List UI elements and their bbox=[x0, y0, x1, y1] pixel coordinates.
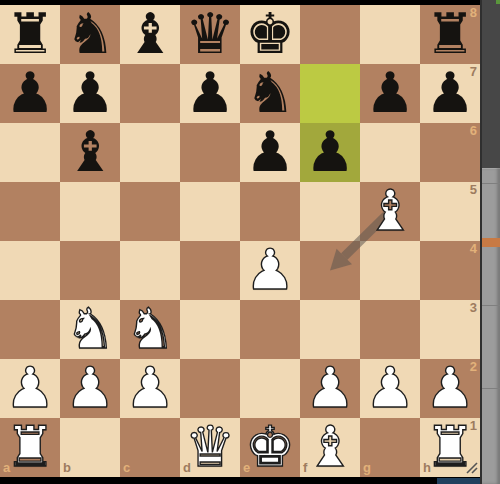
piece-white-p-h2[interactable]: ♟ bbox=[420, 359, 480, 418]
bottom-blue-strip bbox=[437, 478, 481, 484]
scrollbar-thumb[interactable] bbox=[482, 168, 500, 484]
piece-black-k-e8[interactable]: ♚ bbox=[240, 5, 300, 64]
scrollbar-divider bbox=[482, 183, 500, 184]
top-black-bar bbox=[0, 0, 481, 5]
piece-white-r-a1[interactable]: ♜ bbox=[0, 418, 60, 477]
piece-white-p-b2[interactable]: ♟ bbox=[60, 359, 120, 418]
piece-black-p-b7[interactable]: ♟ bbox=[60, 64, 120, 123]
board-resize-handle-icon[interactable] bbox=[465, 461, 478, 474]
piece-black-b-c8[interactable]: ♝ bbox=[120, 5, 180, 64]
piece-white-b-g5[interactable]: ♝ bbox=[360, 182, 420, 241]
chess-board: 8765432abcdefg1h ♜♞♝♛♚♜♟♟♟♞♟♟♝♟♟♝♟♞♞♟♟♟♟… bbox=[0, 5, 480, 477]
piece-white-p-a2[interactable]: ♟ bbox=[0, 359, 60, 418]
piece-black-q-d8[interactable]: ♛ bbox=[180, 5, 240, 64]
piece-white-p-c2[interactable]: ♟ bbox=[120, 359, 180, 418]
piece-black-p-a7[interactable]: ♟ bbox=[0, 64, 60, 123]
piece-white-n-b3[interactable]: ♞ bbox=[60, 300, 120, 359]
piece-white-q-d1[interactable]: ♛ bbox=[180, 418, 240, 477]
piece-black-p-d7[interactable]: ♟ bbox=[180, 64, 240, 123]
piece-black-p-e6[interactable]: ♟ bbox=[240, 123, 300, 182]
piece-white-n-c3[interactable]: ♞ bbox=[120, 300, 180, 359]
piece-black-p-g7[interactable]: ♟ bbox=[360, 64, 420, 123]
piece-black-n-b8[interactable]: ♞ bbox=[60, 5, 120, 64]
piece-black-p-f6[interactable]: ♟ bbox=[300, 123, 360, 182]
bottom-black-bar bbox=[0, 477, 481, 484]
scrollbar-orange-marker bbox=[482, 238, 500, 247]
piece-white-p-f2[interactable]: ♟ bbox=[300, 359, 360, 418]
piece-black-b-b6[interactable]: ♝ bbox=[60, 123, 120, 182]
scrollbar[interactable] bbox=[480, 0, 500, 484]
pieces-layer: ♜♞♝♛♚♜♟♟♟♞♟♟♝♟♟♝♟♞♞♟♟♟♟♟♟♜♛♚♝♜ bbox=[0, 5, 480, 477]
piece-black-r-h8[interactable]: ♜ bbox=[420, 5, 480, 64]
piece-black-r-a8[interactable]: ♜ bbox=[0, 5, 60, 64]
piece-white-b-f1[interactable]: ♝ bbox=[300, 418, 360, 477]
green-corner-accent bbox=[496, 0, 500, 4]
scrollbar-divider bbox=[482, 388, 500, 389]
piece-white-p-e4[interactable]: ♟ bbox=[240, 241, 300, 300]
piece-white-k-e1[interactable]: ♚ bbox=[240, 418, 300, 477]
piece-black-n-e7[interactable]: ♞ bbox=[240, 64, 300, 123]
chess-app-window: 8765432abcdefg1h ♜♞♝♛♚♜♟♟♟♞♟♟♝♟♟♝♟♞♞♟♟♟♟… bbox=[0, 0, 500, 484]
piece-white-p-g2[interactable]: ♟ bbox=[360, 359, 420, 418]
piece-black-p-h7[interactable]: ♟ bbox=[420, 64, 480, 123]
scrollbar-divider bbox=[482, 305, 500, 306]
